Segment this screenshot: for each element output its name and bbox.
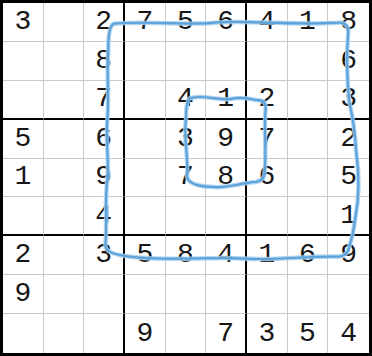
cell-r5c8[interactable] [288, 159, 329, 198]
cell-r2c5[interactable] [166, 42, 207, 81]
cell-r1c4[interactable]: 7 [125, 3, 166, 42]
cell-r3c8[interactable] [288, 81, 329, 120]
cell-r2c7[interactable] [247, 42, 288, 81]
cell-r7c8[interactable]: 6 [288, 236, 329, 275]
cell-r4c8[interactable] [288, 120, 329, 159]
cell-r7c5[interactable]: 8 [166, 236, 207, 275]
cell-r3c2[interactable] [44, 81, 85, 120]
cell-r6c1[interactable] [3, 197, 44, 236]
cell-r8c3[interactable] [84, 275, 125, 314]
cell-r3c9[interactable]: 3 [328, 81, 369, 120]
cell-r1c3[interactable]: 2 [84, 3, 125, 42]
cell-r6c5[interactable] [166, 197, 207, 236]
cell-r9c8[interactable]: 5 [288, 314, 329, 353]
cell-r4c1[interactable]: 5 [3, 120, 44, 159]
cell-r2c3[interactable]: 8 [84, 42, 125, 81]
cell-r1c8[interactable]: 1 [288, 3, 329, 42]
cell-r5c1[interactable]: 1 [3, 159, 44, 198]
cell-r4c3[interactable]: 6 [84, 120, 125, 159]
cell-r9c3[interactable] [84, 314, 125, 353]
cell-r1c7[interactable]: 4 [247, 3, 288, 42]
cell-r5c6[interactable]: 8 [206, 159, 247, 198]
cell-r8c8[interactable] [288, 275, 329, 314]
cell-r6c7[interactable] [247, 197, 288, 236]
cell-r4c2[interactable] [44, 120, 85, 159]
cell-r4c5[interactable]: 3 [166, 120, 207, 159]
cell-r8c9[interactable] [328, 275, 369, 314]
cell-r4c7[interactable]: 7 [247, 120, 288, 159]
cell-r9c7[interactable]: 3 [247, 314, 288, 353]
cell-r8c5[interactable] [166, 275, 207, 314]
cell-r3c5[interactable]: 4 [166, 81, 207, 120]
cell-r6c6[interactable] [206, 197, 247, 236]
cell-r8c7[interactable] [247, 275, 288, 314]
cell-r1c2[interactable] [44, 3, 85, 42]
cell-r7c1[interactable]: 2 [3, 236, 44, 275]
cell-r6c4[interactable] [125, 197, 166, 236]
cell-r1c6[interactable]: 6 [206, 3, 247, 42]
cell-r9c2[interactable] [44, 314, 85, 353]
cell-r4c4[interactable] [125, 120, 166, 159]
cell-r3c3[interactable]: 7 [84, 81, 125, 120]
cell-r5c4[interactable] [125, 159, 166, 198]
cell-r6c2[interactable] [44, 197, 85, 236]
cell-r6c3[interactable]: 4 [84, 197, 125, 236]
cell-r3c7[interactable]: 2 [247, 81, 288, 120]
cell-r6c9[interactable]: 1 [328, 197, 369, 236]
cell-r9c4[interactable]: 9 [125, 314, 166, 353]
cell-r2c1[interactable] [3, 42, 44, 81]
cell-r9c5[interactable] [166, 314, 207, 353]
cell-r2c4[interactable] [125, 42, 166, 81]
cell-r7c6[interactable]: 4 [206, 236, 247, 275]
cell-r8c1[interactable]: 9 [3, 275, 44, 314]
cell-r2c8[interactable] [288, 42, 329, 81]
cell-r1c9[interactable]: 8 [328, 3, 369, 42]
cell-r7c7[interactable]: 1 [247, 236, 288, 275]
cell-r7c4[interactable]: 5 [125, 236, 166, 275]
sudoku-board: 3275641886741235639721978654123584169997… [0, 0, 372, 356]
cell-r3c4[interactable] [125, 81, 166, 120]
cell-r4c9[interactable]: 2 [328, 120, 369, 159]
cell-r1c5[interactable]: 5 [166, 3, 207, 42]
cell-r9c1[interactable] [3, 314, 44, 353]
cell-r2c6[interactable] [206, 42, 247, 81]
cell-r6c8[interactable] [288, 197, 329, 236]
cell-r5c9[interactable]: 5 [328, 159, 369, 198]
cell-r5c2[interactable] [44, 159, 85, 198]
cell-r5c7[interactable]: 6 [247, 159, 288, 198]
cell-r5c5[interactable]: 7 [166, 159, 207, 198]
cell-r8c6[interactable] [206, 275, 247, 314]
cell-r4c6[interactable]: 9 [206, 120, 247, 159]
cell-r7c3[interactable]: 3 [84, 236, 125, 275]
cell-r2c2[interactable] [44, 42, 85, 81]
cell-r7c9[interactable]: 9 [328, 236, 369, 275]
cell-r5c3[interactable]: 9 [84, 159, 125, 198]
cell-r7c2[interactable] [44, 236, 85, 275]
cell-r8c2[interactable] [44, 275, 85, 314]
cell-r3c1[interactable] [3, 81, 44, 120]
cell-r9c9[interactable]: 4 [328, 314, 369, 353]
cell-r2c9[interactable]: 6 [328, 42, 369, 81]
cell-r8c4[interactable] [125, 275, 166, 314]
cell-r3c6[interactable]: 1 [206, 81, 247, 120]
sudoku-grid: 3275641886741235639721978654123584169997… [3, 3, 369, 353]
cell-r1c1[interactable]: 3 [3, 3, 44, 42]
cell-r9c6[interactable]: 7 [206, 314, 247, 353]
